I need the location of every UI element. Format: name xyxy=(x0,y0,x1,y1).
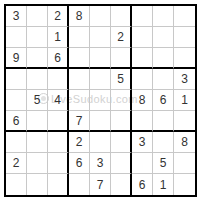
sudoku-cell-r2c8[interactable] xyxy=(153,27,174,48)
given-digit: 8 xyxy=(76,10,83,22)
sudoku-cell-r1c3[interactable]: 2 xyxy=(48,6,69,27)
sudoku-board: 32812965354861672382635761 xyxy=(4,4,197,197)
page: LiveSudoku.com 3281296535486167238263576… xyxy=(0,0,200,200)
given-digit: 5 xyxy=(160,157,167,169)
sudoku-cell-r4c6[interactable]: 5 xyxy=(111,69,132,90)
sudoku-cell-r2c4[interactable] xyxy=(69,27,90,48)
given-digit: 8 xyxy=(181,136,188,148)
sudoku-cell-r4c7[interactable] xyxy=(132,69,153,90)
sudoku-cell-r3c2[interactable] xyxy=(27,48,48,69)
sudoku-cell-r4c3[interactable] xyxy=(48,69,69,90)
given-digit: 2 xyxy=(13,157,20,169)
given-digit: 5 xyxy=(34,94,41,106)
sudoku-cell-r3c6[interactable] xyxy=(111,48,132,69)
sudoku-cell-r9c9[interactable] xyxy=(174,174,195,195)
given-digit: 7 xyxy=(97,179,104,191)
sudoku-cell-r5c5[interactable] xyxy=(90,90,111,111)
sudoku-cell-r2c9[interactable] xyxy=(174,27,195,48)
given-digit: 1 xyxy=(181,94,188,106)
sudoku-cell-r8c7[interactable] xyxy=(132,153,153,174)
sudoku-cell-r6c3[interactable] xyxy=(48,111,69,132)
sudoku-cell-r6c7[interactable] xyxy=(132,111,153,132)
sudoku-cell-r6c1[interactable]: 6 xyxy=(6,111,27,132)
sudoku-cell-r9c8[interactable]: 1 xyxy=(153,174,174,195)
sudoku-cell-r7c8[interactable] xyxy=(153,132,174,153)
sudoku-cell-r8c9[interactable] xyxy=(174,153,195,174)
sudoku-cell-r3c8[interactable] xyxy=(153,48,174,69)
sudoku-cell-r3c1[interactable]: 9 xyxy=(6,48,27,69)
sudoku-cell-r7c2[interactable] xyxy=(27,132,48,153)
sudoku-cell-r1c7[interactable] xyxy=(132,6,153,27)
given-digit: 1 xyxy=(160,179,167,191)
given-digit: 7 xyxy=(76,115,83,127)
sudoku-cell-r7c6[interactable] xyxy=(111,132,132,153)
sudoku-cell-r3c3[interactable]: 6 xyxy=(48,48,69,69)
sudoku-cell-r4c1[interactable] xyxy=(6,69,27,90)
sudoku-cell-r8c3[interactable] xyxy=(48,153,69,174)
sudoku-cell-r2c1[interactable] xyxy=(6,27,27,48)
sudoku-cell-r1c8[interactable] xyxy=(153,6,174,27)
sudoku-cell-r3c5[interactable] xyxy=(90,48,111,69)
given-digit: 3 xyxy=(181,73,188,85)
sudoku-cell-r1c1[interactable]: 3 xyxy=(6,6,27,27)
sudoku-cell-r4c4[interactable] xyxy=(69,69,90,90)
sudoku-cell-r5c1[interactable] xyxy=(6,90,27,111)
sudoku-cell-r7c1[interactable] xyxy=(6,132,27,153)
sudoku-cell-r9c6[interactable] xyxy=(111,174,132,195)
given-digit: 3 xyxy=(139,136,146,148)
sudoku-cell-r3c9[interactable] xyxy=(174,48,195,69)
sudoku-cell-r4c2[interactable] xyxy=(27,69,48,90)
sudoku-cell-r5c9[interactable]: 1 xyxy=(174,90,195,111)
sudoku-cell-r1c6[interactable] xyxy=(111,6,132,27)
sudoku-cell-r3c4[interactable] xyxy=(69,48,90,69)
sudoku-cell-r6c8[interactable] xyxy=(153,111,174,132)
sudoku-cell-r6c4[interactable]: 7 xyxy=(69,111,90,132)
sudoku-cell-r3c7[interactable] xyxy=(132,48,153,69)
sudoku-cell-r5c6[interactable] xyxy=(111,90,132,111)
sudoku-cell-r6c2[interactable] xyxy=(27,111,48,132)
given-digit: 1 xyxy=(54,31,61,43)
sudoku-cell-r7c7[interactable]: 3 xyxy=(132,132,153,153)
sudoku-cell-r5c3[interactable]: 4 xyxy=(48,90,69,111)
given-digit: 6 xyxy=(76,157,83,169)
sudoku-cell-r9c1[interactable] xyxy=(6,174,27,195)
sudoku-cell-r7c9[interactable]: 8 xyxy=(174,132,195,153)
sudoku-cell-r2c5[interactable] xyxy=(90,27,111,48)
sudoku-cell-r2c2[interactable] xyxy=(27,27,48,48)
sudoku-cell-r8c5[interactable]: 3 xyxy=(90,153,111,174)
given-digit: 6 xyxy=(139,179,146,191)
sudoku-cell-r8c6[interactable] xyxy=(111,153,132,174)
sudoku-cell-r7c5[interactable] xyxy=(90,132,111,153)
sudoku-cell-r4c5[interactable] xyxy=(90,69,111,90)
sudoku-cell-r9c5[interactable]: 7 xyxy=(90,174,111,195)
sudoku-cell-r8c8[interactable]: 5 xyxy=(153,153,174,174)
sudoku-cell-r5c4[interactable] xyxy=(69,90,90,111)
sudoku-cell-r2c6[interactable]: 2 xyxy=(111,27,132,48)
given-digit: 9 xyxy=(13,52,20,64)
given-digit: 5 xyxy=(117,73,124,85)
given-digit: 6 xyxy=(160,94,167,106)
sudoku-cell-r1c2[interactable] xyxy=(27,6,48,27)
given-digit: 4 xyxy=(54,94,61,106)
sudoku-cell-r4c8[interactable] xyxy=(153,69,174,90)
sudoku-cell-r5c8[interactable]: 6 xyxy=(153,90,174,111)
sudoku-cell-r5c7[interactable]: 8 xyxy=(132,90,153,111)
sudoku-cell-r5c2[interactable]: 5 xyxy=(27,90,48,111)
given-digit: 2 xyxy=(117,31,124,43)
sudoku-cell-r7c3[interactable] xyxy=(48,132,69,153)
given-digit: 2 xyxy=(54,10,61,22)
given-digit: 6 xyxy=(13,115,20,127)
given-digit: 6 xyxy=(54,52,61,64)
sudoku-cell-r1c5[interactable] xyxy=(90,6,111,27)
given-digit: 2 xyxy=(76,136,83,148)
sudoku-cell-r6c9[interactable] xyxy=(174,111,195,132)
sudoku-cell-r7c4[interactable]: 2 xyxy=(69,132,90,153)
sudoku-cell-r9c4[interactable] xyxy=(69,174,90,195)
sudoku-cell-r9c2[interactable] xyxy=(27,174,48,195)
sudoku-cell-r2c7[interactable] xyxy=(132,27,153,48)
given-digit: 3 xyxy=(97,157,104,169)
sudoku-cell-r1c4[interactable]: 8 xyxy=(69,6,90,27)
sudoku-cell-r6c5[interactable] xyxy=(90,111,111,132)
given-digit: 3 xyxy=(13,10,20,22)
sudoku-cell-r9c3[interactable] xyxy=(48,174,69,195)
given-digit: 8 xyxy=(139,94,146,106)
sudoku-cell-r8c1[interactable]: 2 xyxy=(6,153,27,174)
sudoku-cell-r2c3[interactable]: 1 xyxy=(48,27,69,48)
sudoku-cell-r9c7[interactable]: 6 xyxy=(132,174,153,195)
sudoku-cell-r6c6[interactable] xyxy=(111,111,132,132)
sudoku-cell-r8c4[interactable]: 6 xyxy=(69,153,90,174)
sudoku-cell-r8c2[interactable] xyxy=(27,153,48,174)
sudoku-cell-r4c9[interactable]: 3 xyxy=(174,69,195,90)
sudoku-cell-r1c9[interactable] xyxy=(174,6,195,27)
